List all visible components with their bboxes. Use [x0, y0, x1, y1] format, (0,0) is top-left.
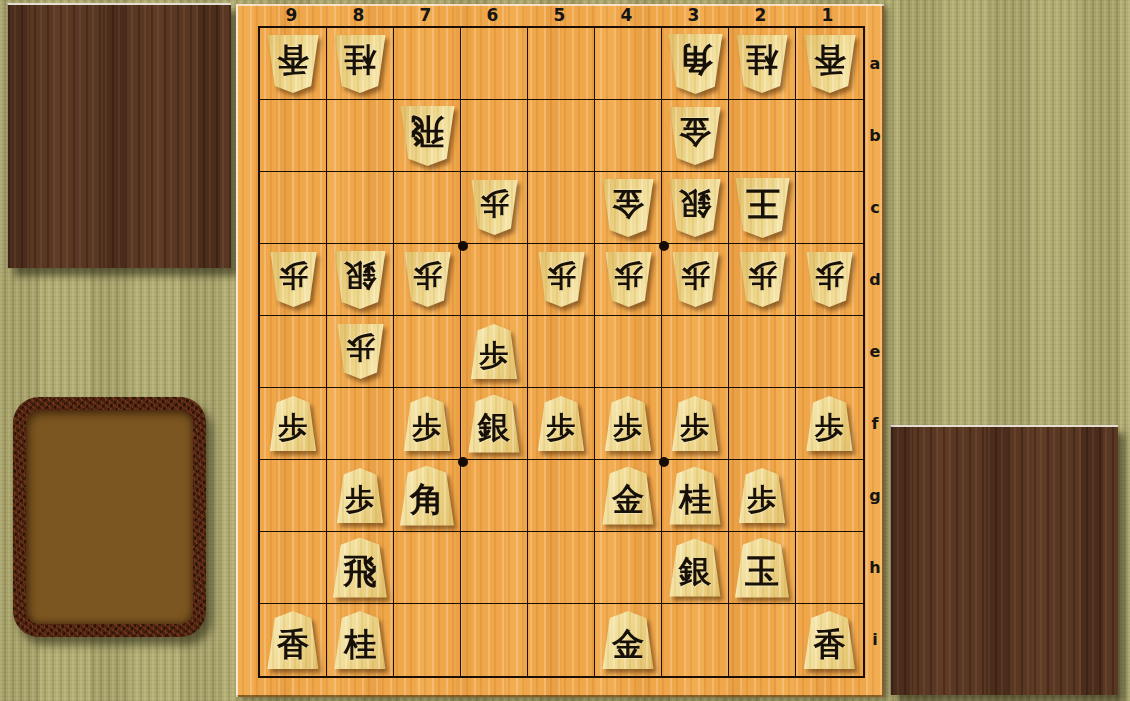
square-8c[interactable]: [327, 172, 394, 244]
piece-box-tray: [13, 397, 206, 637]
piece-sente-pawn-7f[interactable]: 歩: [404, 396, 451, 451]
pawn-piece-face: 歩: [270, 396, 317, 451]
rank-label-g: g: [866, 460, 884, 532]
piece-sente-pawn-1f[interactable]: 歩: [806, 396, 853, 451]
piece-kanji: 桂: [344, 44, 376, 83]
rank-label-b: b: [866, 100, 884, 172]
piece-gote-silver-3c[interactable]: 銀: [669, 179, 721, 237]
shogi-app: 987654321 abcdefghi 香桂角桂香飛金歩金銀王歩銀歩歩歩歩歩歩歩…: [0, 0, 1130, 701]
piece-kanji: 歩: [413, 406, 442, 442]
rook-piece-face: 飛: [333, 538, 388, 598]
piece-kanji: 歩: [279, 262, 308, 298]
file-label-2: 2: [727, 4, 794, 26]
piece-kanji: 銀: [679, 188, 711, 227]
square-1e[interactable]: [796, 316, 863, 388]
piece-gote-pawn-9d[interactable]: 歩: [270, 252, 317, 307]
square-1g[interactable]: [796, 460, 863, 532]
square-9h[interactable]: [260, 532, 327, 604]
rank-label-a: a: [866, 28, 884, 100]
pawn-piece-face: 歩: [605, 252, 652, 307]
square-5d[interactable]: 歩: [528, 244, 595, 316]
pawn-piece-face: 歩: [538, 396, 585, 451]
pawn-piece-face: 歩: [270, 252, 317, 307]
square-8h[interactable]: 飛: [327, 532, 394, 604]
sente-piece-stand: [890, 425, 1118, 695]
square-1f[interactable]: 歩: [796, 388, 863, 460]
piece-sente-bishop-7g[interactable]: 角: [400, 466, 455, 526]
square-1a[interactable]: 香: [796, 28, 863, 100]
shogi-board: 987654321 abcdefghi 香桂角桂香飛金歩金銀王歩銀歩歩歩歩歩歩歩…: [236, 4, 884, 697]
square-6b[interactable]: [461, 100, 528, 172]
piece-kanji: 歩: [413, 262, 442, 298]
piece-sente-lance-9i[interactable]: 香: [267, 611, 319, 669]
file-label-4: 4: [593, 4, 660, 26]
square-8e[interactable]: 歩: [327, 316, 394, 388]
rank-label-i: i: [866, 604, 884, 676]
piece-kanji: 歩: [748, 478, 777, 514]
square-7i[interactable]: [394, 604, 461, 676]
piece-kanji: 歩: [480, 334, 509, 370]
piece-sente-lance-1i[interactable]: 香: [804, 611, 856, 669]
file-label-3: 3: [660, 4, 727, 26]
piece-kanji: 歩: [681, 406, 710, 442]
piece-kanji: 角: [678, 43, 712, 84]
piece-gote-pawn-6c[interactable]: 歩: [471, 180, 518, 235]
knight-piece-face: 桂: [736, 35, 788, 93]
square-1h[interactable]: [796, 532, 863, 604]
file-label-8: 8: [325, 4, 392, 26]
square-2c[interactable]: 王: [729, 172, 796, 244]
square-2g[interactable]: 歩: [729, 460, 796, 532]
square-8b[interactable]: [327, 100, 394, 172]
piece-kanji: 金: [679, 116, 711, 155]
piece-box-tray-interior: [26, 410, 193, 624]
silver-piece-face: 銀: [468, 395, 520, 453]
king-piece-face: 王: [735, 178, 790, 238]
square-4i[interactable]: 金: [595, 604, 662, 676]
file-label-1: 1: [794, 4, 861, 26]
file-labels: 987654321: [258, 4, 861, 26]
gold-piece-face: 金: [602, 611, 654, 669]
pawn-piece-face: 歩: [739, 468, 786, 523]
knight-piece-face: 桂: [669, 467, 721, 525]
pawn-piece-face: 歩: [337, 468, 384, 523]
piece-kanji: 歩: [681, 262, 710, 298]
lance-piece-face: 香: [267, 35, 319, 93]
square-2b[interactable]: [729, 100, 796, 172]
rook-piece-face: 飛: [400, 106, 455, 166]
rank-labels: abcdefghi: [866, 28, 884, 676]
piece-gote-lance-1a[interactable]: 香: [804, 35, 856, 93]
piece-sente-pawn-2g[interactable]: 歩: [739, 468, 786, 523]
square-4a[interactable]: [595, 28, 662, 100]
piece-gote-knight-8a[interactable]: 桂: [334, 35, 386, 93]
piece-sente-pawn-3f[interactable]: 歩: [672, 396, 719, 451]
square-3a[interactable]: 角: [662, 28, 729, 100]
square-4h[interactable]: [595, 532, 662, 604]
square-6d[interactable]: [461, 244, 528, 316]
square-3f[interactable]: 歩: [662, 388, 729, 460]
square-9i[interactable]: 香: [260, 604, 327, 676]
star-point: [659, 241, 669, 251]
piece-kanji: 香: [277, 44, 309, 83]
square-5i[interactable]: [528, 604, 595, 676]
piece-gote-gold-4c[interactable]: 金: [602, 179, 654, 237]
piece-sente-knight-3g[interactable]: 桂: [669, 467, 721, 525]
bishop-piece-face: 角: [400, 466, 455, 526]
square-7d[interactable]: 歩: [394, 244, 461, 316]
rank-label-d: d: [866, 244, 884, 316]
piece-kanji: 桂: [746, 44, 778, 83]
file-label-5: 5: [526, 4, 593, 26]
square-5h[interactable]: [528, 532, 595, 604]
pawn-piece-face: 歩: [471, 324, 518, 379]
square-3d[interactable]: 歩: [662, 244, 729, 316]
silver-piece-face: 銀: [334, 251, 386, 309]
piece-kanji: 角: [410, 475, 444, 516]
square-7e[interactable]: [394, 316, 461, 388]
gote-piece-stand: [7, 3, 231, 268]
square-3i[interactable]: [662, 604, 729, 676]
piece-kanji: 桂: [679, 476, 711, 515]
square-7b[interactable]: 飛: [394, 100, 461, 172]
piece-kanji: 歩: [547, 406, 576, 442]
piece-sente-gold-4i[interactable]: 金: [602, 611, 654, 669]
square-4e[interactable]: [595, 316, 662, 388]
square-6g[interactable]: [461, 460, 528, 532]
piece-kanji: 歩: [279, 406, 308, 442]
lance-piece-face: 香: [804, 611, 856, 669]
square-7f[interactable]: 歩: [394, 388, 461, 460]
gold-piece-face: 金: [602, 179, 654, 237]
piece-gote-king-2c[interactable]: 王: [735, 178, 790, 238]
square-2f[interactable]: [729, 388, 796, 460]
square-8a[interactable]: 桂: [327, 28, 394, 100]
rank-label-e: e: [866, 316, 884, 388]
piece-gote-pawn-1d[interactable]: 歩: [806, 252, 853, 307]
square-9a[interactable]: 香: [260, 28, 327, 100]
square-4c[interactable]: 金: [595, 172, 662, 244]
knight-piece-face: 桂: [334, 611, 386, 669]
square-6f[interactable]: 銀: [461, 388, 528, 460]
piece-sente-pawn-6e[interactable]: 歩: [471, 324, 518, 379]
square-9f[interactable]: 歩: [260, 388, 327, 460]
square-2i[interactable]: [729, 604, 796, 676]
square-8f[interactable]: [327, 388, 394, 460]
square-6a[interactable]: [461, 28, 528, 100]
piece-kanji: 飛: [343, 547, 377, 588]
piece-kanji: 歩: [547, 262, 576, 298]
piece-gote-silver-8d[interactable]: 銀: [334, 251, 386, 309]
silver-piece-face: 銀: [669, 539, 721, 597]
piece-kanji: 金: [612, 621, 644, 660]
star-point: [659, 457, 669, 467]
square-9c[interactable]: [260, 172, 327, 244]
piece-kanji: 歩: [748, 262, 777, 298]
square-1d[interactable]: 歩: [796, 244, 863, 316]
piece-gote-bishop-3a[interactable]: 角: [668, 34, 723, 94]
square-1c[interactable]: [796, 172, 863, 244]
piece-gote-pawn-7d[interactable]: 歩: [404, 252, 451, 307]
piece-gote-knight-2a[interactable]: 桂: [736, 35, 788, 93]
silver-piece-face: 銀: [669, 179, 721, 237]
piece-kanji: 玉: [745, 547, 779, 588]
piece-kanji: 香: [814, 621, 846, 660]
pawn-piece-face: 歩: [806, 396, 853, 451]
file-label-6: 6: [459, 4, 526, 26]
piece-sente-silver-6f[interactable]: 銀: [468, 395, 520, 453]
piece-gote-rook-7b[interactable]: 飛: [400, 106, 455, 166]
piece-sente-pawn-9f[interactable]: 歩: [270, 396, 317, 451]
square-9e[interactable]: [260, 316, 327, 388]
piece-kanji: 歩: [614, 406, 643, 442]
square-5c[interactable]: [528, 172, 595, 244]
square-5a[interactable]: [528, 28, 595, 100]
pawn-piece-face: 歩: [337, 324, 384, 379]
pawn-piece-face: 歩: [538, 252, 585, 307]
piece-kanji: 歩: [614, 262, 643, 298]
piece-gote-pawn-2d[interactable]: 歩: [739, 252, 786, 307]
piece-sente-pawn-8g[interactable]: 歩: [337, 468, 384, 523]
square-7a[interactable]: [394, 28, 461, 100]
square-6h[interactable]: [461, 532, 528, 604]
piece-sente-rook-8h[interactable]: 飛: [333, 538, 388, 598]
piece-gote-pawn-8e[interactable]: 歩: [337, 324, 384, 379]
pawn-piece-face: 歩: [672, 252, 719, 307]
piece-gote-pawn-4d[interactable]: 歩: [605, 252, 652, 307]
square-5e[interactable]: [528, 316, 595, 388]
piece-kanji: 銀: [344, 260, 376, 299]
pawn-piece-face: 歩: [806, 252, 853, 307]
piece-sente-gold-4g[interactable]: 金: [602, 467, 654, 525]
square-3e[interactable]: [662, 316, 729, 388]
square-9g[interactable]: [260, 460, 327, 532]
square-6c[interactable]: 歩: [461, 172, 528, 244]
piece-gote-lance-9a[interactable]: 香: [267, 35, 319, 93]
rank-label-c: c: [866, 172, 884, 244]
rank-label-f: f: [866, 388, 884, 460]
square-9b[interactable]: [260, 100, 327, 172]
piece-kanji: 飛: [410, 115, 444, 156]
square-8i[interactable]: 桂: [327, 604, 394, 676]
pawn-piece-face: 歩: [404, 396, 451, 451]
piece-kanji: 香: [814, 44, 846, 83]
piece-kanji: 歩: [815, 262, 844, 298]
bishop-piece-face: 角: [668, 34, 723, 94]
square-8d[interactable]: 銀: [327, 244, 394, 316]
square-3h[interactable]: 銀: [662, 532, 729, 604]
square-5g[interactable]: [528, 460, 595, 532]
square-3b[interactable]: 金: [662, 100, 729, 172]
gold-piece-face: 金: [602, 467, 654, 525]
piece-gote-pawn-5d[interactable]: 歩: [538, 252, 585, 307]
file-label-7: 7: [392, 4, 459, 26]
star-point: [458, 241, 468, 251]
piece-gote-gold-3b[interactable]: 金: [669, 107, 721, 165]
piece-sente-pawn-4f[interactable]: 歩: [605, 396, 652, 451]
piece-kanji: 歩: [346, 334, 375, 370]
square-7g[interactable]: 角: [394, 460, 461, 532]
piece-sente-king-2h[interactable]: 玉: [735, 538, 790, 598]
square-2h[interactable]: 玉: [729, 532, 796, 604]
square-4f[interactable]: 歩: [595, 388, 662, 460]
piece-kanji: 銀: [478, 404, 510, 443]
piece-kanji: 歩: [346, 478, 375, 514]
square-1i[interactable]: 香: [796, 604, 863, 676]
gold-piece-face: 金: [669, 107, 721, 165]
piece-kanji: 銀: [679, 548, 711, 587]
square-4b[interactable]: [595, 100, 662, 172]
square-2a[interactable]: 桂: [729, 28, 796, 100]
piece-kanji: 金: [612, 476, 644, 515]
lance-piece-face: 香: [267, 611, 319, 669]
file-label-9: 9: [258, 4, 325, 26]
square-5b[interactable]: [528, 100, 595, 172]
square-4g[interactable]: 金: [595, 460, 662, 532]
pawn-piece-face: 歩: [672, 396, 719, 451]
pawn-piece-face: 歩: [471, 180, 518, 235]
piece-kanji: 香: [277, 621, 309, 660]
square-4d[interactable]: 歩: [595, 244, 662, 316]
piece-sente-knight-8i[interactable]: 桂: [334, 611, 386, 669]
square-1b[interactable]: [796, 100, 863, 172]
lance-piece-face: 香: [804, 35, 856, 93]
square-7h[interactable]: [394, 532, 461, 604]
pawn-piece-face: 歩: [605, 396, 652, 451]
square-5f[interactable]: 歩: [528, 388, 595, 460]
pawn-piece-face: 歩: [739, 252, 786, 307]
rank-label-h: h: [866, 532, 884, 604]
star-point: [458, 457, 468, 467]
piece-gote-pawn-3d[interactable]: 歩: [672, 252, 719, 307]
square-9d[interactable]: 歩: [260, 244, 327, 316]
piece-kanji: 桂: [344, 621, 376, 660]
piece-sente-pawn-5f[interactable]: 歩: [538, 396, 585, 451]
square-7c[interactable]: [394, 172, 461, 244]
pawn-piece-face: 歩: [404, 252, 451, 307]
piece-sente-silver-3h[interactable]: 銀: [669, 539, 721, 597]
piece-kanji: 歩: [815, 406, 844, 442]
square-8g[interactable]: 歩: [327, 460, 394, 532]
piece-kanji: 歩: [480, 190, 509, 226]
square-6i[interactable]: [461, 604, 528, 676]
square-2e[interactable]: [729, 316, 796, 388]
knight-piece-face: 桂: [334, 35, 386, 93]
board-grid: 香桂角桂香飛金歩金銀王歩銀歩歩歩歩歩歩歩歩歩歩銀歩歩歩歩歩角金桂歩飛銀玉香桂金香: [258, 26, 865, 678]
square-3c[interactable]: 銀: [662, 172, 729, 244]
square-2d[interactable]: 歩: [729, 244, 796, 316]
square-3g[interactable]: 桂: [662, 460, 729, 532]
king-piece-face: 玉: [735, 538, 790, 598]
piece-kanji: 金: [612, 188, 644, 227]
square-6e[interactable]: 歩: [461, 316, 528, 388]
piece-kanji: 王: [745, 187, 779, 228]
